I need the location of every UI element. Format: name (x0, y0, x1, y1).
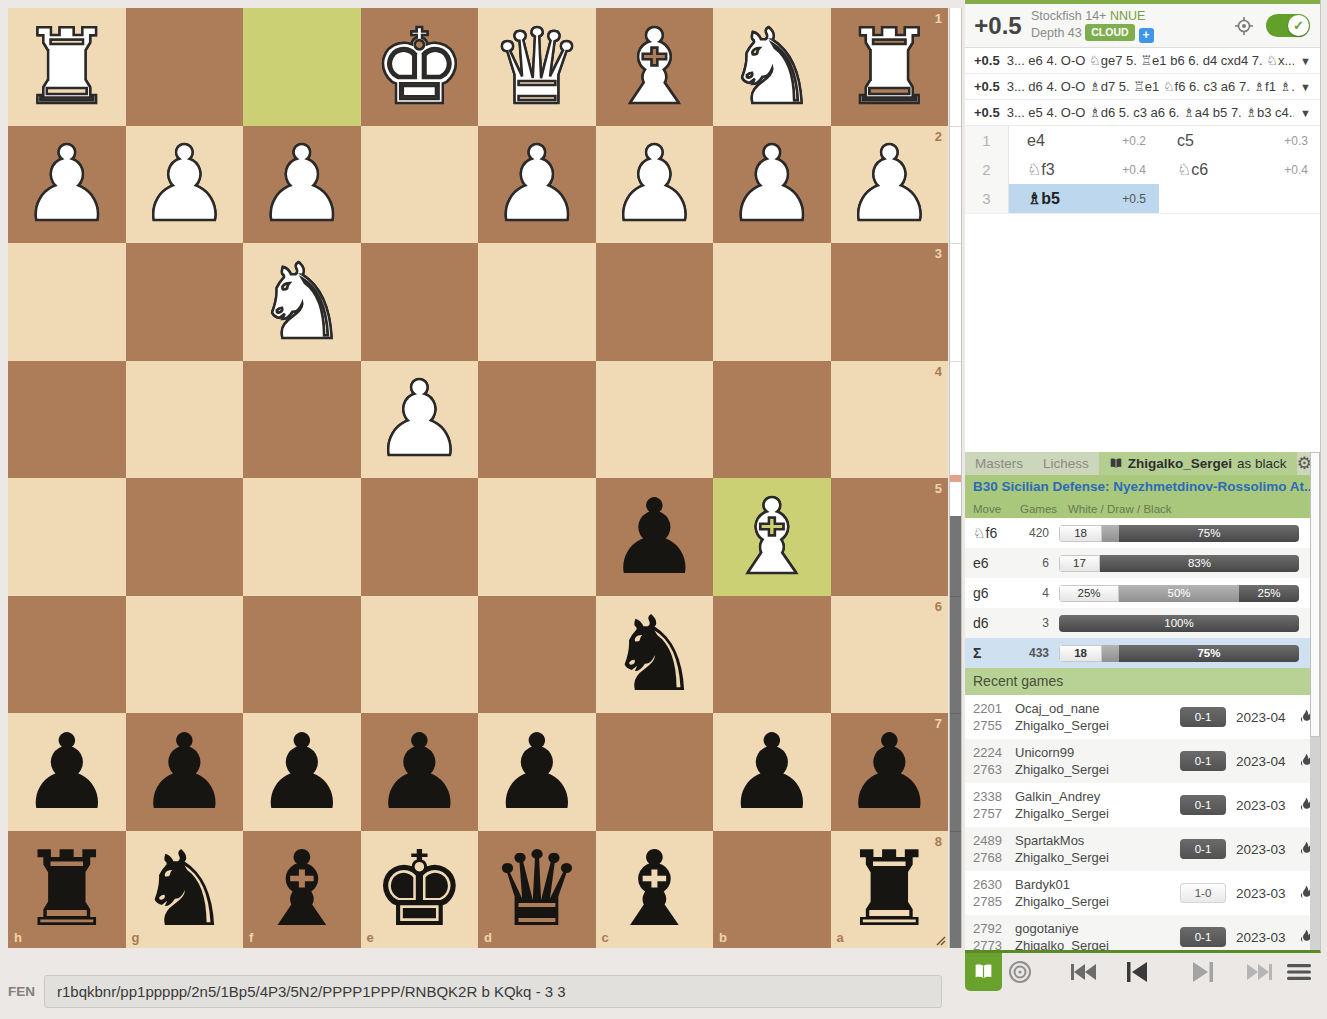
black-player-name: Zhigalko_Sergei (1015, 805, 1180, 822)
white-rating: 2489 (973, 832, 1015, 849)
add-line-button[interactable]: + (1139, 28, 1154, 43)
menu-button[interactable] (1285, 961, 1313, 983)
square-d8[interactable]: ♛d (478, 831, 596, 949)
white-player-name: SpartakMos (1015, 832, 1180, 849)
white-wins-segment: 18 (1059, 525, 1102, 542)
rank-label-1: 1 (935, 11, 942, 26)
move-number: 1 (965, 126, 1009, 155)
game-row-Bardyk01[interactable]: 26302785Bardyk01Zhigalko_Sergei1-02023-0… (965, 871, 1320, 915)
expand-line-icon[interactable]: ▼ (1300, 55, 1311, 67)
tab-player-name: Zhigalko_Sergei (1128, 456, 1232, 471)
file-label-e: e (367, 930, 374, 945)
game-ratings: 27922773 (973, 920, 1015, 950)
engine-toggle-knob: ✓ (1288, 15, 1309, 36)
gauge-tick (950, 596, 961, 597)
square-a1[interactable]: ♜1 (831, 8, 949, 126)
white-queen: ♛ (490, 15, 583, 119)
white-player-name: Unicorn99 (1015, 744, 1180, 761)
file-label-c: c (602, 930, 609, 945)
square-e3[interactable] (361, 243, 479, 361)
move-eval: +0.5 (1122, 192, 1146, 206)
rank-label-8: 8 (935, 834, 942, 849)
square-c3[interactable] (596, 243, 714, 361)
game-date: 2023-03 (1236, 798, 1296, 813)
white-player-name: gogotaniye (1015, 920, 1180, 937)
fen-bar: FEN (0, 948, 949, 1019)
black-pawn: ♟ (490, 720, 583, 824)
black-pawn: ♟ (255, 720, 348, 824)
square-g7[interactable]: ♟ (126, 713, 244, 831)
square-h1[interactable]: ♜ (8, 8, 126, 126)
square-d1[interactable]: ♛ (478, 8, 596, 126)
move-number: 2 (965, 155, 1009, 184)
square-g4[interactable] (126, 361, 244, 479)
square-h8[interactable]: ♜h (8, 831, 126, 949)
square-b7[interactable]: ♟ (713, 713, 831, 831)
opening-name[interactable]: B30 Sicilian Defense: Nyezhmetdinov-Ross… (965, 475, 1320, 499)
opening-explorer: Masters Lichess Zhigalko_Sergei as black… (965, 452, 1320, 950)
square-a3[interactable]: 3 (831, 243, 949, 361)
engine-depth: Depth 43 (1031, 26, 1082, 40)
result-bar: 25%50%25% (1059, 585, 1299, 602)
square-c4[interactable] (596, 361, 714, 479)
square-d2[interactable]: ♟ (478, 126, 596, 244)
analysis-panel: +0.5 Stockfish 14+ NNUE Depth 43 CLOUD+ (965, 0, 1321, 953)
explorer-move: d6 (973, 615, 1013, 631)
analysis-page: ♜♚♛♝♞♜1♟♟♟♟♟♟♟2♞3♟4♟♝5♞6♟♟♟♟♟♟♟7♜h♞g♝f♚e… (0, 0, 1327, 1019)
square-a6[interactable]: 6 (831, 596, 949, 714)
step-forward-icon (1190, 959, 1216, 985)
square-e6[interactable] (361, 596, 479, 714)
result-badge: 1-0 (1180, 883, 1226, 903)
game-date: 2023-03 (1236, 842, 1296, 857)
explorer-row-♘f6[interactable]: ♘f64201875% (965, 518, 1320, 548)
move-san: ♘f3 (1027, 160, 1055, 179)
square-h7[interactable]: ♟ (8, 713, 126, 831)
nnue-label: NNUE (1110, 9, 1145, 23)
square-e8[interactable]: ♚e (361, 831, 479, 949)
game-row-SpartakMos[interactable]: 24892768SpartakMosZhigalko_Sergei0-12023… (965, 827, 1320, 871)
previous-move-button[interactable] (1123, 958, 1151, 986)
game-row-Galkin_Andrey[interactable]: 23382757Galkin_AndreyZhigalko_Sergei0-12… (965, 783, 1320, 827)
square-d6[interactable] (478, 596, 596, 714)
white-pawn: ♟ (20, 132, 113, 236)
square-h3[interactable] (8, 243, 126, 361)
white-rook: ♜ (843, 15, 936, 119)
gauge-tick (950, 831, 961, 832)
explorer-games-count: 6 (1013, 556, 1049, 570)
black-rating: 2785 (973, 893, 1015, 910)
white-rating: 2792 (973, 920, 1015, 937)
square-f7[interactable]: ♟ (243, 713, 361, 831)
move-san: ♘c6 (1177, 160, 1208, 179)
move-eval: +0.2 (1122, 134, 1146, 148)
black-pawn: ♟ (608, 485, 701, 589)
square-f1[interactable] (243, 8, 361, 126)
square-g1[interactable] (126, 8, 244, 126)
explorer-toggle-button[interactable] (965, 953, 1002, 991)
engine-header: +0.5 Stockfish 14+ NNUE Depth 43 CLOUD+ (965, 4, 1320, 48)
white-rating: 2224 (973, 744, 1015, 761)
square-f2[interactable]: ♟ (243, 126, 361, 244)
result-bar: 1875% (1059, 645, 1299, 662)
move-white-3[interactable]: ♗b5+0.5 (1009, 184, 1159, 213)
square-h4[interactable] (8, 361, 126, 479)
rank-label-7: 7 (935, 716, 942, 731)
file-label-g: g (132, 930, 140, 945)
game-date: 2023-04 (1236, 710, 1296, 725)
explorer-move: Σ (973, 645, 1013, 661)
white-pawn: ♟ (138, 132, 231, 236)
white-pawn: ♟ (608, 132, 701, 236)
black-player-name: Zhigalko_Sergei (1015, 893, 1180, 910)
engine-name: Stockfish 14+ (1031, 9, 1106, 23)
square-g2[interactable]: ♟ (126, 126, 244, 244)
game-date: 2023-03 (1236, 930, 1296, 945)
black-player-name: Zhigalko_Sergei (1015, 849, 1180, 866)
black-wins-segment: 75% (1119, 525, 1299, 542)
square-f5[interactable] (243, 478, 361, 596)
draws-segment (1102, 645, 1119, 662)
tab-player-suffix: as black (1237, 456, 1287, 471)
game-players: SpartakMosZhigalko_Sergei (1015, 832, 1180, 866)
gauge-tick (950, 243, 961, 244)
move-eval: +0.4 (1122, 163, 1146, 177)
gauge-tick (950, 713, 961, 714)
file-label-b: b (719, 930, 727, 945)
white-player-name: Ocaj_od_nane (1015, 700, 1180, 717)
expand-line-icon[interactable]: ▼ (1300, 81, 1311, 93)
move-san: ♗b5 (1027, 189, 1060, 208)
white-king: ♚ (373, 15, 466, 119)
result-bar: 1783% (1059, 555, 1299, 572)
black-rating: 2773 (973, 937, 1015, 950)
move-list: 1e4+0.2c5+0.32♘f3+0.4♘c6+0.43♗b5+0.5 (965, 126, 1320, 214)
white-player-name: Galkin_Andrey (1015, 788, 1180, 805)
square-f8[interactable]: ♝f (243, 831, 361, 949)
chess-board[interactable]: ♜♚♛♝♞♜1♟♟♟♟♟♟♟2♞3♟4♟♝5♞6♟♟♟♟♟♟♟7♜h♞g♝f♚e… (8, 8, 948, 948)
black-player-name: Zhigalko_Sergei (1015, 717, 1180, 734)
square-g8[interactable]: ♞g (126, 831, 244, 949)
white-wins-segment: 17 (1059, 555, 1100, 572)
square-d3[interactable] (478, 243, 596, 361)
square-h6[interactable] (8, 596, 126, 714)
gauge-tick (950, 361, 961, 362)
black-king: ♚ (373, 837, 466, 941)
game-players: gogotaniyeZhigalko_Sergei (1015, 920, 1180, 950)
square-g5[interactable] (126, 478, 244, 596)
black-rating: 2763 (973, 761, 1015, 778)
square-f4[interactable] (243, 361, 361, 479)
result-badge: 0-1 (1180, 751, 1226, 771)
engine-line-moves: 3... d6 4. O-O ♗d7 5. ♖e1 ♘f6 6. c3 a6 7… (1007, 79, 1294, 94)
square-b8[interactable]: b (713, 831, 831, 949)
focus-target-icon[interactable] (1234, 16, 1254, 36)
square-d5[interactable] (478, 478, 596, 596)
file-label-d: d (484, 930, 492, 945)
explorer-move: ♘f6 (973, 525, 1013, 541)
move-san: c5 (1177, 132, 1194, 150)
skip-to-start-icon (1069, 961, 1097, 983)
move-white-1[interactable]: e4+0.2 (1009, 126, 1159, 155)
square-b1[interactable]: ♞ (713, 8, 831, 126)
move-eval: +0.4 (1284, 163, 1308, 177)
black-rating: 2768 (973, 849, 1015, 866)
engine-info: Stockfish 14+ NNUE Depth 43 CLOUD+ (1031, 8, 1234, 43)
game-date: 2023-04 (1236, 754, 1296, 769)
game-ratings: 22242763 (973, 744, 1015, 778)
white-rating: 2630 (973, 876, 1015, 893)
square-a2[interactable]: ♟2 (831, 126, 949, 244)
white-rook: ♜ (20, 15, 113, 119)
tab-masters[interactable]: Masters (965, 452, 1033, 475)
square-e7[interactable]: ♟ (361, 713, 479, 831)
game-row-Unicorn99[interactable]: 22242763Unicorn99Zhigalko_Sergei0-12023-… (965, 739, 1320, 783)
engine-line-3[interactable]: +0.53... e5 4. O-O ♗d6 5. c3 a6 6. ♗a4 b… (965, 100, 1320, 126)
square-b6[interactable] (713, 596, 831, 714)
explorer-row-e6[interactable]: e661783% (965, 548, 1320, 578)
last-move-button[interactable] (1243, 960, 1277, 984)
book-icon (1109, 457, 1123, 471)
hamburger-icon (1286, 962, 1312, 982)
explorer-games-count: 420 (1013, 526, 1049, 540)
col-results: White / Draw / Black (1068, 503, 1172, 515)
target-icon (1008, 960, 1032, 984)
square-c2[interactable]: ♟ (596, 126, 714, 244)
square-f6[interactable] (243, 596, 361, 714)
engine-line-moves: 3... e5 4. O-O ♗d6 5. c3 a6 6. ♗a4 b5 7.… (1007, 105, 1294, 120)
engine-line-moves: 3... e6 4. O-O ♘ge7 5. ♖e1 b6 6. d4 cxd4… (1007, 53, 1294, 68)
white-pawn: ♟ (255, 132, 348, 236)
explorer-tabs: Masters Lichess Zhigalko_Sergei as black… (965, 452, 1320, 475)
gauge-tick (950, 126, 961, 127)
move-number: 3 (965, 184, 1009, 213)
col-games: Games (1020, 503, 1068, 515)
result-bar: 1875% (1059, 525, 1299, 542)
move-white-2[interactable]: ♘f3+0.4 (1009, 155, 1159, 184)
white-player-name: Bardyk01 (1015, 876, 1180, 893)
square-h2[interactable]: ♟ (8, 126, 126, 244)
file-label-f: f (249, 930, 253, 945)
engine-toggle[interactable]: ✓ (1266, 14, 1310, 37)
move-san: e4 (1027, 132, 1045, 150)
black-rook: ♜ (843, 837, 936, 941)
black-rook: ♜ (20, 837, 113, 941)
engine-line-eval: +0.5 (974, 79, 1000, 94)
white-pawn: ♟ (490, 132, 583, 236)
square-c5[interactable]: ♟ (596, 478, 714, 596)
step-back-icon (1124, 959, 1150, 985)
engine-line-eval: +0.5 (974, 105, 1000, 120)
black-wins-segment: 75% (1119, 645, 1299, 662)
game-ratings: 24892768 (973, 832, 1015, 866)
fen-input[interactable] (44, 975, 942, 1008)
square-a5[interactable]: 5 (831, 478, 949, 596)
square-e2[interactable] (361, 126, 479, 244)
white-bishop: ♝ (608, 15, 701, 119)
white-bishop: ♝ (725, 485, 818, 589)
black-queen: ♛ (490, 837, 583, 941)
tab-player-as-black[interactable]: Zhigalko_Sergei as black (1099, 452, 1297, 475)
white-rating: 2338 (973, 788, 1015, 805)
black-knight: ♞ (608, 602, 701, 706)
engine-line-1[interactable]: +0.53... e6 4. O-O ♘ge7 5. ♖e1 b6 6. d4 … (965, 48, 1320, 74)
move-black-3 (1159, 184, 1321, 213)
draws-segment (1102, 525, 1119, 542)
square-g6[interactable] (126, 596, 244, 714)
rank-label-2: 2 (935, 129, 942, 144)
draws-segment: 50% (1119, 585, 1239, 602)
square-e1[interactable]: ♚ (361, 8, 479, 126)
skip-to-end-icon (1246, 961, 1274, 983)
white-knight: ♞ (725, 15, 818, 119)
white-pawn: ♟ (843, 132, 936, 236)
game-players: Unicorn99Zhigalko_Sergei (1015, 744, 1180, 778)
engine-lines: +0.53... e6 4. O-O ♘ge7 5. ♖e1 b6 6. d4 … (965, 48, 1320, 126)
square-g3[interactable] (126, 243, 244, 361)
result-bar: 100% (1059, 615, 1299, 632)
black-pawn: ♟ (20, 720, 113, 824)
col-move: Move (973, 503, 1020, 515)
recent-games-header: Recent games (965, 668, 1320, 695)
bottom-toolbar (965, 953, 1321, 1019)
rank-label-4: 4 (935, 364, 942, 379)
black-bishop: ♝ (608, 837, 701, 941)
black-wins-segment: 83% (1100, 555, 1299, 572)
result-badge: 0-1 (1180, 707, 1226, 727)
black-knight: ♞ (138, 837, 231, 941)
recent-games-list: 22012755Ocaj_od_naneZhigalko_Sergei0-120… (965, 695, 1320, 950)
eval-gauge (949, 8, 962, 948)
explorer-move: g6 (973, 585, 1013, 601)
black-pawn: ♟ (373, 720, 466, 824)
book-icon (973, 962, 994, 983)
square-b3[interactable] (713, 243, 831, 361)
black-pawn: ♟ (725, 720, 818, 824)
rank-label-5: 5 (935, 481, 942, 496)
practice-button[interactable] (1007, 960, 1033, 984)
explorer-games-count: 433 (1013, 646, 1049, 660)
game-players: Ocaj_od_naneZhigalko_Sergei (1015, 700, 1180, 734)
move-black-2[interactable]: ♘c6+0.4 (1159, 155, 1321, 184)
game-ratings: 26302785 (973, 876, 1015, 910)
square-c6[interactable]: ♞ (596, 596, 714, 714)
square-e4[interactable]: ♟ (361, 361, 479, 479)
panel-empty-area (965, 214, 1320, 452)
file-label-a: a (837, 930, 844, 945)
engine-line-2[interactable]: +0.53... d6 4. O-O ♗d7 5. ♖e1 ♘f6 6. c3 … (965, 74, 1320, 100)
eval-gauge-center-tick (950, 475, 961, 482)
square-a7[interactable]: ♟7 (831, 713, 949, 831)
move-eval: +0.3 (1284, 134, 1308, 148)
black-pawn: ♟ (843, 720, 936, 824)
tab-lichess[interactable]: Lichess (1033, 452, 1099, 475)
white-wins-segment: 25% (1059, 585, 1119, 602)
white-pawn: ♟ (373, 367, 466, 471)
result-badge: 0-1 (1180, 795, 1226, 815)
explorer-games-count: 4 (1013, 586, 1049, 600)
square-b4[interactable] (713, 361, 831, 479)
game-players: Bardyk01Zhigalko_Sergei (1015, 876, 1180, 910)
expand-line-icon[interactable]: ▼ (1300, 107, 1311, 119)
square-e5[interactable] (361, 478, 479, 596)
game-players: Galkin_AndreyZhigalko_Sergei (1015, 788, 1180, 822)
square-b2[interactable]: ♟ (713, 126, 831, 244)
explorer-move-rows: ♘f64201875%e661783%g6425%50%25%d63100%Σ4… (965, 518, 1320, 668)
black-bishop: ♝ (255, 837, 348, 941)
move-black-1[interactable]: c5+0.3 (1159, 126, 1321, 155)
game-ratings: 22012755 (973, 700, 1015, 734)
cloud-badge: CLOUD (1085, 24, 1134, 41)
black-player-name: Zhigalko_Sergei (1015, 937, 1180, 950)
eval-gauge-white-portion (950, 8, 961, 516)
white-wins-segment: 18 (1059, 645, 1102, 662)
square-c1[interactable]: ♝ (596, 8, 714, 126)
rank-label-6: 6 (935, 599, 942, 614)
result-badge: 0-1 (1180, 839, 1226, 859)
result-badge: 0-1 (1180, 927, 1226, 947)
black-rating: 2757 (973, 805, 1015, 822)
white-knight: ♞ (255, 250, 348, 354)
black-pawn: ♟ (138, 720, 231, 824)
fen-label: FEN (8, 984, 35, 999)
black-rating: 2755 (973, 717, 1015, 734)
explorer-column-headers: Move Games White / Draw / Black (965, 499, 1320, 518)
explorer-row-Σ[interactable]: Σ4331875% (965, 638, 1320, 668)
engine-eval: +0.5 (965, 12, 1031, 40)
black-player-name: Zhigalko_Sergei (1015, 761, 1180, 778)
file-label-h: h (14, 930, 22, 945)
game-date: 2023-03 (1236, 886, 1296, 901)
game-row-gogotaniye[interactable]: 27922773gogotaniyeZhigalko_Sergei0-12023… (965, 915, 1320, 950)
square-d4[interactable] (478, 361, 596, 479)
square-d7[interactable]: ♟ (478, 713, 596, 831)
square-c7[interactable] (596, 713, 714, 831)
game-ratings: 23382757 (973, 788, 1015, 822)
game-row-Ocaj_od_nane[interactable]: 22012755Ocaj_od_naneZhigalko_Sergei0-120… (965, 695, 1320, 739)
black-wins-segment: 100% (1059, 615, 1299, 632)
white-rating: 2201 (973, 700, 1015, 717)
square-c8[interactable]: ♝c (596, 831, 714, 949)
square-a4[interactable]: 4 (831, 361, 949, 479)
white-pawn: ♟ (725, 132, 818, 236)
black-wins-segment: 25% (1239, 585, 1299, 602)
square-f3[interactable]: ♞ (243, 243, 361, 361)
first-move-button[interactable] (1068, 960, 1098, 984)
explorer-games-count: 3 (1013, 616, 1049, 630)
board-resize-handle[interactable] (930, 930, 946, 946)
square-h5[interactable] (8, 478, 126, 596)
explorer-row-d6[interactable]: d63100% (965, 608, 1320, 638)
explorer-scrollbar[interactable] (1310, 452, 1320, 950)
next-move-button[interactable] (1189, 958, 1217, 986)
explorer-move: e6 (973, 555, 1013, 571)
square-b5[interactable]: ♝ (713, 478, 831, 596)
explorer-scrollbar-thumb[interactable] (1310, 452, 1320, 737)
explorer-row-g6[interactable]: g6425%50%25% (965, 578, 1320, 608)
engine-line-eval: +0.5 (974, 53, 1000, 68)
rank-label-3: 3 (935, 246, 942, 261)
